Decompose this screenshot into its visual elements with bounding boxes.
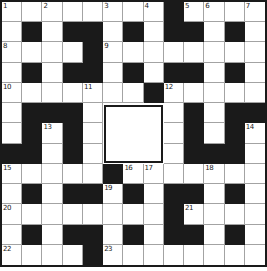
cell-r9c8[interactable]: 17 [144,164,164,184]
cell-r11c9 [164,204,184,224]
cell-r12c1[interactable] [2,225,22,245]
cell-r4c4 [63,63,83,83]
cell-r9c12[interactable] [225,164,245,184]
clue-number-12: 12 [165,83,173,92]
cell-r13c6[interactable]: 23 [103,245,123,265]
cell-r5c9[interactable]: 12 [164,83,184,103]
cell-r7c13[interactable]: 14 [245,123,265,143]
cell-r10c8[interactable] [144,184,164,204]
cell-r2c8[interactable] [144,22,164,42]
cell-r9c10[interactable] [184,164,204,184]
cell-r2c12 [225,22,245,42]
clue-number-14: 14 [246,123,254,132]
clue-number-2: 2 [43,2,47,11]
cell-r12c13[interactable] [245,225,265,245]
cell-r8c5[interactable] [83,144,103,164]
cell-r8c10 [184,144,204,164]
cell-r9c1[interactable]: 15 [2,164,22,184]
cell-r10c5 [83,184,103,204]
cell-r7c2 [22,123,42,143]
cell-r11c12[interactable] [225,204,245,224]
cell-r4c1[interactable] [2,63,22,83]
cell-r3c13[interactable] [245,42,265,62]
cell-r13c3[interactable] [42,245,62,265]
cell-r7c12 [225,123,245,143]
cell-r2c5 [83,22,103,42]
cell-r2c13[interactable] [245,22,265,42]
cell-r9c11[interactable]: 18 [204,164,224,184]
cell-r11c11[interactable] [204,204,224,224]
cell-r3c3[interactable] [42,42,62,62]
cell-r8c13[interactable] [245,144,265,164]
cell-r13c5 [83,245,103,265]
cell-r4c3[interactable] [42,63,62,83]
cell-r9c3[interactable] [42,164,62,184]
cell-r9c7[interactable]: 16 [123,164,143,184]
cell-r1c4[interactable] [63,2,83,22]
clue-number-3: 3 [104,2,108,11]
cell-r12c10 [184,225,204,245]
cell-r12c6[interactable] [103,225,123,245]
clue-number-7: 7 [246,2,250,11]
cell-r5c7[interactable] [123,83,143,103]
cell-r3c4[interactable] [63,42,83,62]
cell-r7c11[interactable] [204,123,224,143]
cell-r3c12[interactable] [225,42,245,62]
cell-r2c4 [63,22,83,42]
cell-r12c12 [225,225,245,245]
cell-r5c3[interactable] [42,83,62,103]
cell-r5c11[interactable] [204,83,224,103]
cell-r6c9[interactable] [164,103,184,123]
clue-number-1: 1 [3,2,7,11]
cell-r5c8 [144,83,164,103]
cell-r13c10[interactable] [184,245,204,265]
cell-r5c4[interactable] [63,83,83,103]
clue-number-11: 11 [84,83,92,92]
cell-r8c2 [22,144,42,164]
cell-r7c5[interactable] [83,123,103,143]
cell-r11c10[interactable]: 21 [184,204,204,224]
cell-r13c12[interactable] [225,245,245,265]
cell-r6c11[interactable] [204,103,224,123]
cell-r9c2[interactable] [22,164,42,184]
clue-number-4: 4 [145,2,149,11]
cell-r11c1[interactable]: 20 [2,204,22,224]
cell-r1c1[interactable]: 1 [2,2,22,22]
cell-r5c10[interactable] [184,83,204,103]
clue-number-22: 22 [3,245,11,254]
cell-r2c7 [123,22,143,42]
cell-r2c1[interactable] [2,22,22,42]
cell-r12c3[interactable] [42,225,62,245]
cell-r10c10 [184,184,204,204]
clue-number-23: 23 [104,245,112,254]
cell-r1c5[interactable] [83,2,103,22]
cell-r11c3[interactable] [42,204,62,224]
cell-r1c8[interactable]: 4 [144,2,164,22]
clue-number-5: 5 [185,2,189,11]
cell-r5c12[interactable] [225,83,245,103]
cell-r1c6[interactable]: 3 [103,2,123,22]
cell-r10c9 [164,184,184,204]
cell-r7c10 [184,123,204,143]
cell-r8c9[interactable] [164,144,184,164]
cell-r8c1 [2,144,22,164]
cell-r1c11[interactable]: 6 [204,2,224,22]
cell-r10c7 [123,184,143,204]
cell-r11c5[interactable] [83,204,103,224]
cell-r10c6[interactable]: 19 [103,184,123,204]
cell-r10c4 [63,184,83,204]
clue-number-13: 13 [43,123,51,132]
cell-r4c5 [83,63,103,83]
cell-r10c11[interactable] [204,184,224,204]
cell-r6c2 [22,103,42,123]
cell-r1c12[interactable] [225,2,245,22]
cell-r11c7[interactable] [123,204,143,224]
cell-r4c6[interactable] [103,63,123,83]
cell-r5c6[interactable] [103,83,123,103]
cell-r3c2[interactable] [22,42,42,62]
cell-r9c13[interactable] [245,164,265,184]
cell-r9c4[interactable] [63,164,83,184]
cell-r3c9[interactable] [164,42,184,62]
cell-r13c2[interactable] [22,245,42,265]
cell-r12c2 [22,225,42,245]
clue-number-18: 18 [205,164,213,173]
clue-number-19: 19 [104,184,112,193]
cell-r2c6[interactable] [103,22,123,42]
cell-r4c12 [225,63,245,83]
clue-number-21: 21 [185,204,193,213]
cell-r12c9 [164,225,184,245]
cell-r1c7[interactable] [123,2,143,22]
cell-r6c13 [245,103,265,123]
clue-number-9: 9 [104,42,108,51]
cell-r3c1[interactable]: 8 [2,42,22,62]
cell-r4c13[interactable] [245,63,265,83]
cell-r12c4 [63,225,83,245]
cell-r6c10 [184,103,204,123]
cell-r10c13[interactable] [245,184,265,204]
cell-r11c2[interactable] [22,204,42,224]
crossword-board: 1234567891011121314151617181920212223 [0,0,267,267]
cell-r10c12 [225,184,245,204]
cell-r2c3[interactable] [42,22,62,42]
cell-r13c1[interactable]: 22 [2,245,22,265]
cell-r4c10 [184,63,204,83]
cell-r11c13[interactable] [245,204,265,224]
cell-r2c10 [184,22,204,42]
cell-r11c6[interactable] [103,204,123,224]
cell-r10c2 [22,184,42,204]
cell-r4c11[interactable] [204,63,224,83]
cell-r12c8[interactable] [144,225,164,245]
cell-r1c9 [164,2,184,22]
cell-r1c2[interactable] [22,2,42,22]
cell-r8c3[interactable] [42,144,62,164]
cell-r13c7[interactable] [123,245,143,265]
clue-number-10: 10 [3,83,11,92]
cell-r4c2 [22,63,42,83]
cell-r12c7 [123,225,143,245]
cell-r2c9 [164,22,184,42]
cell-r3c8[interactable] [144,42,164,62]
cell-r10c3[interactable] [42,184,62,204]
cell-r8c11 [204,144,224,164]
cell-r7c4 [63,123,83,143]
cell-r3c5 [83,42,103,62]
cell-r6c5[interactable] [83,103,103,123]
clue-number-8: 8 [3,42,7,51]
cell-r3c11[interactable] [204,42,224,62]
cell-r3c10[interactable] [184,42,204,62]
cell-r7c1[interactable] [2,123,22,143]
cell-r13c9[interactable] [164,245,184,265]
cell-r13c8[interactable] [144,245,164,265]
cell-r2c11[interactable] [204,22,224,42]
cell-r6c1[interactable] [2,103,22,123]
cell-r1c3[interactable]: 2 [42,2,62,22]
clue-number-17: 17 [145,164,153,173]
cell-r9c5[interactable] [83,164,103,184]
clue-number-16: 16 [124,164,132,173]
cell-r9c9[interactable] [164,164,184,184]
cell-r7c9[interactable] [164,123,184,143]
cell-r11c4[interactable] [63,204,83,224]
cell-r7c3[interactable]: 13 [42,123,62,143]
cell-r11c8[interactable] [144,204,164,224]
cell-r1c13[interactable]: 7 [245,2,265,22]
cell-r2c2 [22,22,42,42]
cell-r5c5[interactable]: 11 [83,83,103,103]
cell-r5c13[interactable] [245,83,265,103]
cell-r8c4 [63,144,83,164]
clue-number-6: 6 [205,2,209,11]
cell-r12c11[interactable] [204,225,224,245]
clue-number-20: 20 [3,204,11,213]
cell-r6c4 [63,103,83,123]
cell-r13c13[interactable] [245,245,265,265]
cell-r3c6[interactable]: 9 [103,42,123,62]
cell-r12c5 [83,225,103,245]
cell-r1c10[interactable]: 5 [184,2,204,22]
cell-r6c3 [42,103,62,123]
cell-r4c9 [164,63,184,83]
cell-r13c11[interactable] [204,245,224,265]
cell-r8c12 [225,144,245,164]
cell-r4c8[interactable] [144,63,164,83]
clue-number-15: 15 [3,164,11,173]
cell-r10c1[interactable] [2,184,22,204]
center-void-block [104,105,163,163]
cell-r13c4[interactable] [63,245,83,265]
cell-r6c12 [225,103,245,123]
cell-r5c1[interactable]: 10 [2,83,22,103]
cell-r5c2[interactable] [22,83,42,103]
cell-r4c7 [123,63,143,83]
cell-r9c6 [103,164,123,184]
cell-r3c7[interactable] [123,42,143,62]
